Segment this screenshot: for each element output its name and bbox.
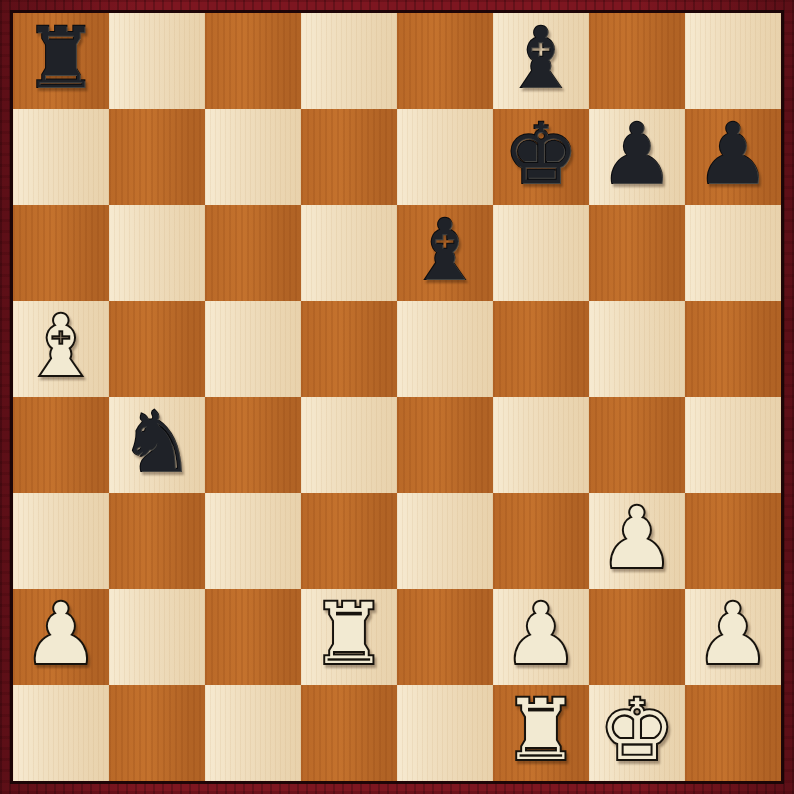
square-e7[interactable] bbox=[397, 109, 493, 205]
square-f3[interactable] bbox=[493, 493, 589, 589]
square-g6[interactable] bbox=[589, 205, 685, 301]
square-c1[interactable] bbox=[205, 685, 301, 781]
square-e5[interactable] bbox=[397, 301, 493, 397]
piece-white-rook[interactable]: ♜ bbox=[503, 688, 578, 772]
square-g2[interactable] bbox=[589, 589, 685, 685]
square-a7[interactable] bbox=[13, 109, 109, 205]
square-h1[interactable] bbox=[685, 685, 781, 781]
piece-black-pawn[interactable]: ♟ bbox=[599, 112, 674, 196]
square-h2[interactable]: ♟ bbox=[685, 589, 781, 685]
square-b1[interactable] bbox=[109, 685, 205, 781]
square-g3[interactable]: ♟ bbox=[589, 493, 685, 589]
square-d3[interactable] bbox=[301, 493, 397, 589]
square-d2[interactable]: ♜ bbox=[301, 589, 397, 685]
square-b5[interactable] bbox=[109, 301, 205, 397]
chess-board: ♜♝♚♟♟♝♝♞♟♟♜♟♟♜♚ bbox=[13, 13, 781, 781]
square-f2[interactable]: ♟ bbox=[493, 589, 589, 685]
board-border: ♜♝♚♟♟♝♝♞♟♟♜♟♟♜♚ bbox=[0, 0, 794, 794]
square-c3[interactable] bbox=[205, 493, 301, 589]
square-c5[interactable] bbox=[205, 301, 301, 397]
square-f8[interactable]: ♝ bbox=[493, 13, 589, 109]
square-c8[interactable] bbox=[205, 13, 301, 109]
piece-white-king[interactable]: ♚ bbox=[599, 688, 674, 772]
square-h7[interactable]: ♟ bbox=[685, 109, 781, 205]
square-a5[interactable]: ♝ bbox=[13, 301, 109, 397]
piece-white-bishop[interactable]: ♝ bbox=[23, 304, 98, 388]
square-d4[interactable] bbox=[301, 397, 397, 493]
square-e4[interactable] bbox=[397, 397, 493, 493]
square-h3[interactable] bbox=[685, 493, 781, 589]
square-b2[interactable] bbox=[109, 589, 205, 685]
piece-black-bishop[interactable]: ♝ bbox=[503, 16, 578, 100]
square-a6[interactable] bbox=[13, 205, 109, 301]
piece-black-rook[interactable]: ♜ bbox=[23, 16, 98, 100]
square-b3[interactable] bbox=[109, 493, 205, 589]
square-c7[interactable] bbox=[205, 109, 301, 205]
square-e1[interactable] bbox=[397, 685, 493, 781]
square-f7[interactable]: ♚ bbox=[493, 109, 589, 205]
piece-black-knight[interactable]: ♞ bbox=[119, 400, 194, 484]
square-b7[interactable] bbox=[109, 109, 205, 205]
square-f1[interactable]: ♜ bbox=[493, 685, 589, 781]
square-a1[interactable] bbox=[13, 685, 109, 781]
piece-black-bishop[interactable]: ♝ bbox=[407, 208, 482, 292]
square-a8[interactable]: ♜ bbox=[13, 13, 109, 109]
square-a2[interactable]: ♟ bbox=[13, 589, 109, 685]
piece-white-pawn[interactable]: ♟ bbox=[695, 592, 770, 676]
square-h4[interactable] bbox=[685, 397, 781, 493]
square-a4[interactable] bbox=[13, 397, 109, 493]
square-a3[interactable] bbox=[13, 493, 109, 589]
square-e3[interactable] bbox=[397, 493, 493, 589]
piece-white-pawn[interactable]: ♟ bbox=[599, 496, 674, 580]
piece-white-pawn[interactable]: ♟ bbox=[23, 592, 98, 676]
square-b4[interactable]: ♞ bbox=[109, 397, 205, 493]
square-e2[interactable] bbox=[397, 589, 493, 685]
square-g5[interactable] bbox=[589, 301, 685, 397]
square-f5[interactable] bbox=[493, 301, 589, 397]
square-g4[interactable] bbox=[589, 397, 685, 493]
piece-black-king[interactable]: ♚ bbox=[503, 112, 578, 196]
square-g8[interactable] bbox=[589, 13, 685, 109]
square-d5[interactable] bbox=[301, 301, 397, 397]
square-f6[interactable] bbox=[493, 205, 589, 301]
square-h6[interactable] bbox=[685, 205, 781, 301]
square-g1[interactable]: ♚ bbox=[589, 685, 685, 781]
piece-white-rook[interactable]: ♜ bbox=[311, 592, 386, 676]
piece-black-pawn[interactable]: ♟ bbox=[695, 112, 770, 196]
square-g7[interactable]: ♟ bbox=[589, 109, 685, 205]
piece-white-pawn[interactable]: ♟ bbox=[503, 592, 578, 676]
square-d1[interactable] bbox=[301, 685, 397, 781]
square-d7[interactable] bbox=[301, 109, 397, 205]
square-f4[interactable] bbox=[493, 397, 589, 493]
square-e6[interactable]: ♝ bbox=[397, 205, 493, 301]
square-e8[interactable] bbox=[397, 13, 493, 109]
square-c6[interactable] bbox=[205, 205, 301, 301]
square-c2[interactable] bbox=[205, 589, 301, 685]
square-h8[interactable] bbox=[685, 13, 781, 109]
square-h5[interactable] bbox=[685, 301, 781, 397]
square-b8[interactable] bbox=[109, 13, 205, 109]
square-d8[interactable] bbox=[301, 13, 397, 109]
square-c4[interactable] bbox=[205, 397, 301, 493]
square-d6[interactable] bbox=[301, 205, 397, 301]
square-b6[interactable] bbox=[109, 205, 205, 301]
